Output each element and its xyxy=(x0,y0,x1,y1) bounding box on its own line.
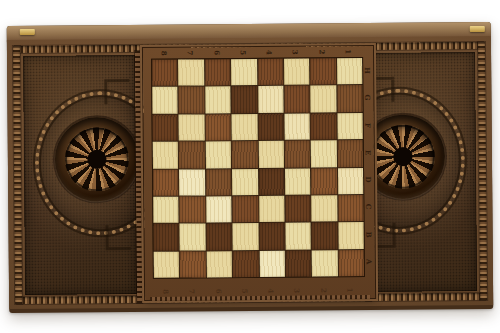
square-5c xyxy=(232,196,258,223)
chain-border-right xyxy=(478,42,487,300)
square-5b xyxy=(233,223,259,250)
file-label-faint: 6 xyxy=(214,278,224,304)
square-4g xyxy=(258,86,284,113)
file-label-faint: 7 xyxy=(187,278,197,304)
square-1h xyxy=(337,58,363,85)
file-label-faint: 2 xyxy=(319,277,329,303)
square-6f xyxy=(205,114,231,141)
square-7h xyxy=(178,59,204,86)
square-8d xyxy=(153,169,179,196)
square-2b xyxy=(312,222,338,249)
square-1g xyxy=(337,85,363,112)
carved-lid-face: 87654321 HGFEDCBA 87654321 xyxy=(7,36,493,309)
chessboard-frame: 87654321 HGFEDCBA 87654321 xyxy=(143,46,375,300)
square-1f xyxy=(337,113,363,140)
square-3d xyxy=(285,168,311,195)
square-2g xyxy=(311,86,337,113)
product-photo: 87654321 HGFEDCBA 87654321 xyxy=(0,0,500,333)
left-carved-panel xyxy=(23,55,137,295)
square-8f xyxy=(153,114,179,141)
square-7g xyxy=(179,87,205,114)
square-7a xyxy=(180,251,206,278)
square-3b xyxy=(285,223,311,250)
square-3c xyxy=(285,195,311,222)
file-label-faint: 4 xyxy=(266,278,276,304)
square-5d xyxy=(232,168,258,195)
square-4b xyxy=(259,223,285,250)
square-5a xyxy=(233,251,259,278)
square-1d xyxy=(338,168,364,195)
square-5f xyxy=(232,114,258,141)
square-3g xyxy=(284,86,310,113)
file-label-faint: 8 xyxy=(161,279,171,305)
square-6c xyxy=(206,196,232,223)
step-ornament-icon xyxy=(104,79,129,104)
square-5g xyxy=(231,86,257,113)
square-3h xyxy=(284,58,310,85)
square-2d xyxy=(311,168,337,195)
square-2c xyxy=(311,195,337,222)
step-ornament-icon xyxy=(105,225,130,250)
square-2f xyxy=(311,113,337,140)
square-4a xyxy=(259,250,285,277)
square-6b xyxy=(206,223,232,250)
square-7e xyxy=(179,142,205,169)
square-1e xyxy=(337,140,363,167)
square-8a xyxy=(154,251,180,278)
square-3f xyxy=(284,113,310,140)
spiral-whirl-icon xyxy=(65,127,130,192)
square-8c xyxy=(153,196,179,223)
file-label-faint: 5 xyxy=(240,278,250,304)
brass-hinge-right xyxy=(470,26,485,32)
square-3a xyxy=(286,250,312,277)
square-5h xyxy=(231,59,257,86)
square-1a xyxy=(338,250,364,277)
square-1b xyxy=(338,222,364,249)
square-3e xyxy=(285,141,311,168)
square-6e xyxy=(206,141,232,168)
square-7d xyxy=(179,169,205,196)
wooden-board-box: 87654321 HGFEDCBA 87654321 xyxy=(7,22,493,313)
rosette-carving-left xyxy=(55,117,140,202)
square-6g xyxy=(205,87,231,114)
square-6d xyxy=(206,169,232,196)
square-2e xyxy=(311,140,337,167)
chain-border-left xyxy=(13,46,22,304)
square-7c xyxy=(180,196,206,223)
square-8e xyxy=(153,142,179,169)
chessboard xyxy=(151,57,365,279)
file-label-faint: 3 xyxy=(292,277,302,303)
square-6a xyxy=(206,251,232,278)
file-label-faint: 1 xyxy=(345,277,355,303)
square-4d xyxy=(259,168,285,195)
square-8h xyxy=(152,60,178,87)
square-8b xyxy=(153,224,179,251)
square-6h xyxy=(205,59,231,86)
square-2h xyxy=(310,58,336,85)
square-8g xyxy=(152,87,178,114)
square-4c xyxy=(259,196,285,223)
brass-hinge-left xyxy=(20,29,35,35)
square-4f xyxy=(258,113,284,140)
square-4e xyxy=(258,141,284,168)
square-1c xyxy=(338,195,364,222)
square-2a xyxy=(312,250,338,277)
square-7b xyxy=(180,224,206,251)
square-4h xyxy=(258,59,284,86)
square-5e xyxy=(232,141,258,168)
square-7f xyxy=(179,114,205,141)
